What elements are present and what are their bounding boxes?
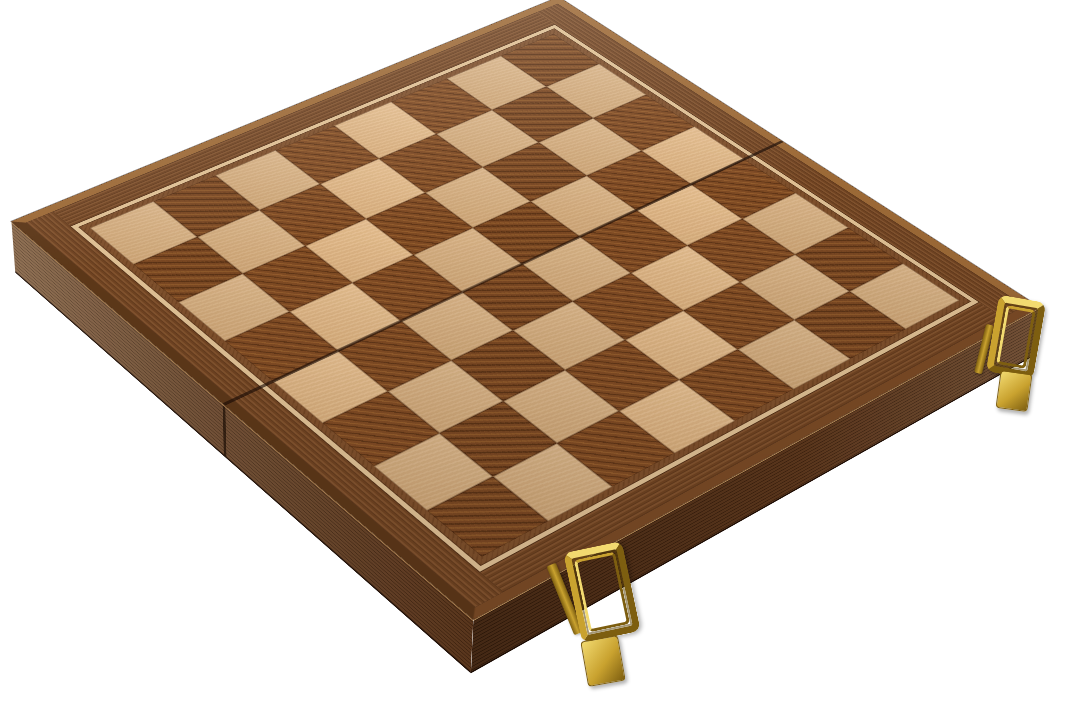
square-g5 <box>625 311 738 380</box>
square-d2 <box>289 283 401 351</box>
square-f4 <box>513 301 625 370</box>
fold-seam-side <box>223 405 227 457</box>
square-h4 <box>619 380 735 454</box>
square-h2 <box>493 443 613 521</box>
square-f2 <box>388 360 503 433</box>
square-c2 <box>243 246 353 312</box>
square-e1 <box>273 351 388 423</box>
product-photo-scene <box>0 0 1072 721</box>
square-h3 <box>557 411 675 487</box>
square-d3 <box>352 255 462 321</box>
square-c1 <box>178 274 289 342</box>
square-f3 <box>451 330 565 401</box>
square-f1 <box>322 391 439 466</box>
board-squares <box>90 34 960 557</box>
chess-board <box>11 0 1039 619</box>
square-h1 <box>427 477 548 558</box>
clasp-plate <box>580 635 625 687</box>
square-d1 <box>225 312 338 382</box>
square-h7 <box>794 291 905 359</box>
right-brass-clasp <box>980 298 1060 418</box>
clasp-plate <box>996 370 1033 412</box>
front-brass-clasp <box>554 544 654 696</box>
square-e4 <box>462 264 572 330</box>
square-g1 <box>374 433 493 511</box>
square-f5 <box>573 273 684 340</box>
square-e2 <box>338 321 451 391</box>
square-e3 <box>401 292 513 360</box>
square-h6 <box>738 320 851 390</box>
square-g6 <box>683 282 794 349</box>
square-g2 <box>439 401 556 476</box>
square-h5 <box>679 349 793 421</box>
clasp-buckle-loop <box>986 294 1047 379</box>
square-g3 <box>503 370 619 443</box>
square-g4 <box>565 340 679 411</box>
